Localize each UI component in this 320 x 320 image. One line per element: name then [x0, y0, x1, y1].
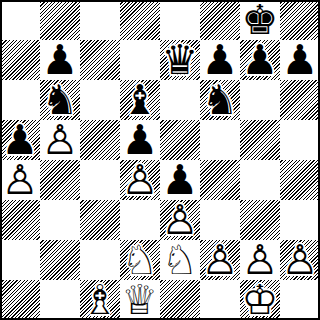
square-e1[interactable] [160, 280, 200, 320]
black-knight: ♞ [40, 80, 80, 120]
black-pawn: ♟ [200, 40, 240, 80]
square-a2[interactable] [0, 240, 40, 280]
square-h1[interactable] [280, 280, 320, 320]
square-d5[interactable]: ♟♟ [120, 120, 160, 160]
square-a8[interactable] [0, 0, 40, 40]
square-e2[interactable]: ♞♘ [160, 240, 200, 280]
square-g4[interactable] [240, 160, 280, 200]
white-pawn: ♙ [280, 240, 320, 280]
white-knight-halo: ♞ [160, 240, 200, 280]
white-bishop-halo: ♝ [80, 280, 120, 320]
black-knight: ♞ [200, 80, 240, 120]
square-a6[interactable] [0, 80, 40, 120]
black-king: ♚ [240, 0, 280, 40]
black-bishop-halo: ♝ [120, 80, 160, 120]
square-a5[interactable]: ♟♟ [0, 120, 40, 160]
square-b7[interactable]: ♟♟ [40, 40, 80, 80]
square-f1[interactable] [200, 280, 240, 320]
white-king: ♔ [240, 280, 280, 320]
black-pawn-halo: ♟ [40, 40, 80, 80]
white-pawn-halo: ♟ [120, 160, 160, 200]
black-pawn-halo: ♟ [160, 160, 200, 200]
chess-diagram: ♚♚♟♟♛♛♟♟♟♟♟♟♞♞♝♝♞♞♟♟♟♙♟♟♟♙♟♙♟♟♟♙♞♘♞♘♟♙♟♙… [0, 0, 320, 320]
square-h7[interactable]: ♟♟ [280, 40, 320, 80]
square-f7[interactable]: ♟♟ [200, 40, 240, 80]
square-b3[interactable] [40, 200, 80, 240]
black-pawn-halo: ♟ [240, 40, 280, 80]
square-b1[interactable] [40, 280, 80, 320]
square-d4[interactable]: ♟♙ [120, 160, 160, 200]
square-d8[interactable] [120, 0, 160, 40]
square-b6[interactable]: ♞♞ [40, 80, 80, 120]
white-pawn-halo: ♟ [40, 120, 80, 160]
square-g1[interactable]: ♚♔ [240, 280, 280, 320]
white-bishop: ♗ [80, 280, 120, 320]
black-queen-halo: ♛ [160, 40, 200, 80]
white-pawn-halo: ♟ [160, 200, 200, 240]
square-c5[interactable] [80, 120, 120, 160]
white-queen-halo: ♛ [120, 280, 160, 320]
white-knight-halo: ♞ [120, 240, 160, 280]
white-pawn-halo: ♟ [240, 240, 280, 280]
square-c4[interactable] [80, 160, 120, 200]
black-pawn: ♟ [120, 120, 160, 160]
square-b5[interactable]: ♟♙ [40, 120, 80, 160]
white-pawn: ♙ [120, 160, 160, 200]
square-e6[interactable] [160, 80, 200, 120]
white-knight: ♘ [160, 240, 200, 280]
white-pawn: ♙ [240, 240, 280, 280]
square-f6[interactable]: ♞♞ [200, 80, 240, 120]
square-c8[interactable] [80, 0, 120, 40]
square-d2[interactable]: ♞♘ [120, 240, 160, 280]
square-c3[interactable] [80, 200, 120, 240]
square-f3[interactable] [200, 200, 240, 240]
black-bishop: ♝ [120, 80, 160, 120]
square-e7[interactable]: ♛♛ [160, 40, 200, 80]
white-queen: ♕ [120, 280, 160, 320]
square-d3[interactable] [120, 200, 160, 240]
square-e4[interactable]: ♟♟ [160, 160, 200, 200]
black-queen: ♛ [160, 40, 200, 80]
white-pawn-halo: ♟ [200, 240, 240, 280]
black-knight-halo: ♞ [40, 80, 80, 120]
black-pawn: ♟ [0, 120, 40, 160]
white-king-halo: ♚ [240, 280, 280, 320]
square-g6[interactable] [240, 80, 280, 120]
square-b8[interactable] [40, 0, 80, 40]
square-h3[interactable] [280, 200, 320, 240]
black-pawn: ♟ [240, 40, 280, 80]
white-pawn: ♙ [160, 200, 200, 240]
black-king-halo: ♚ [240, 0, 280, 40]
square-f5[interactable] [200, 120, 240, 160]
square-d6[interactable]: ♝♝ [120, 80, 160, 120]
square-h5[interactable] [280, 120, 320, 160]
square-h6[interactable] [280, 80, 320, 120]
black-knight-halo: ♞ [200, 80, 240, 120]
white-pawn: ♙ [40, 120, 80, 160]
square-b2[interactable] [40, 240, 80, 280]
square-c2[interactable] [80, 240, 120, 280]
black-pawn-halo: ♟ [280, 40, 320, 80]
square-a4[interactable]: ♟♙ [0, 160, 40, 200]
square-f4[interactable] [200, 160, 240, 200]
square-b4[interactable] [40, 160, 80, 200]
black-pawn-halo: ♟ [0, 120, 40, 160]
square-c1[interactable]: ♝♗ [80, 280, 120, 320]
square-a3[interactable] [0, 200, 40, 240]
white-knight: ♘ [120, 240, 160, 280]
white-pawn-halo: ♟ [0, 160, 40, 200]
square-g8[interactable]: ♚♚ [240, 0, 280, 40]
square-f8[interactable] [200, 0, 240, 40]
square-e3[interactable]: ♟♙ [160, 200, 200, 240]
white-pawn-halo: ♟ [280, 240, 320, 280]
black-pawn: ♟ [40, 40, 80, 80]
square-g3[interactable] [240, 200, 280, 240]
black-pawn-halo: ♟ [120, 120, 160, 160]
square-g5[interactable] [240, 120, 280, 160]
white-pawn: ♙ [200, 240, 240, 280]
square-a1[interactable] [0, 280, 40, 320]
square-e8[interactable] [160, 0, 200, 40]
square-e5[interactable] [160, 120, 200, 160]
chess-board: ♚♚♟♟♛♛♟♟♟♟♟♟♞♞♝♝♞♞♟♟♟♙♟♟♟♙♟♙♟♟♟♙♞♘♞♘♟♙♟♙… [0, 0, 320, 320]
white-pawn: ♙ [0, 160, 40, 200]
black-pawn: ♟ [280, 40, 320, 80]
square-h4[interactable] [280, 160, 320, 200]
square-g7[interactable]: ♟♟ [240, 40, 280, 80]
square-c7[interactable] [80, 40, 120, 80]
square-d7[interactable] [120, 40, 160, 80]
square-a7[interactable] [0, 40, 40, 80]
black-pawn: ♟ [160, 160, 200, 200]
square-d1[interactable]: ♛♕ [120, 280, 160, 320]
square-h8[interactable] [280, 0, 320, 40]
square-c6[interactable] [80, 80, 120, 120]
square-g2[interactable]: ♟♙ [240, 240, 280, 280]
square-h2[interactable]: ♟♙ [280, 240, 320, 280]
square-f2[interactable]: ♟♙ [200, 240, 240, 280]
black-pawn-halo: ♟ [200, 40, 240, 80]
